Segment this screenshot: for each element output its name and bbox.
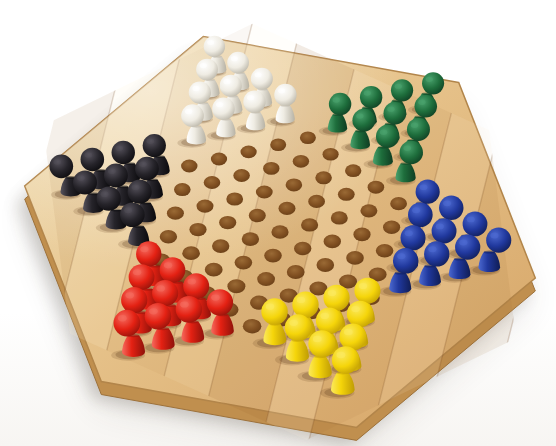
hole-empty[interactable] xyxy=(323,148,339,161)
hole-empty[interactable] xyxy=(317,258,335,272)
hole-empty[interactable] xyxy=(324,235,341,249)
hole-empty[interactable] xyxy=(233,169,250,182)
chinese-checkers-board xyxy=(0,0,556,446)
hole-empty[interactable] xyxy=(256,186,273,199)
hole-empty[interactable] xyxy=(212,239,229,253)
hole-empty[interactable] xyxy=(160,230,177,244)
hole-empty[interactable] xyxy=(242,232,259,246)
hole-empty[interactable] xyxy=(263,162,279,175)
hole-empty[interactable] xyxy=(294,242,311,256)
hole-empty[interactable] xyxy=(279,202,296,215)
hole-empty[interactable] xyxy=(174,183,191,196)
hole-empty[interactable] xyxy=(219,216,236,229)
hole-empty[interactable] xyxy=(226,192,243,205)
hole-empty[interactable] xyxy=(189,223,206,236)
hole-empty[interactable] xyxy=(308,195,325,208)
hole-empty[interactable] xyxy=(167,207,184,220)
hole-empty[interactable] xyxy=(197,200,214,213)
hole-empty[interactable] xyxy=(204,176,221,189)
hole-empty[interactable] xyxy=(300,132,316,145)
hole-empty[interactable] xyxy=(241,146,257,159)
hole-empty[interactable] xyxy=(235,256,253,270)
hole-empty[interactable] xyxy=(353,228,370,242)
hole-empty[interactable] xyxy=(271,225,288,238)
hole-empty[interactable] xyxy=(301,218,318,231)
hole-empty[interactable] xyxy=(205,263,223,277)
hole-empty[interactable] xyxy=(376,244,394,258)
product-photo-scene xyxy=(0,0,556,446)
hole-empty[interactable] xyxy=(287,265,305,279)
hole-empty[interactable] xyxy=(346,251,364,265)
hole-empty[interactable] xyxy=(368,181,385,194)
hole-empty[interactable] xyxy=(249,209,266,222)
hole-empty[interactable] xyxy=(315,171,332,184)
hole-empty[interactable] xyxy=(345,164,361,177)
hole-empty[interactable] xyxy=(181,160,197,173)
hole-empty[interactable] xyxy=(243,319,262,333)
hole-empty[interactable] xyxy=(257,272,275,286)
hole-empty[interactable] xyxy=(182,246,200,260)
hole-empty[interactable] xyxy=(383,221,400,234)
hole-empty[interactable] xyxy=(264,249,282,263)
hole-empty[interactable] xyxy=(286,178,303,191)
hole-empty[interactable] xyxy=(270,139,286,152)
hole-empty[interactable] xyxy=(360,204,377,217)
hole-empty[interactable] xyxy=(227,279,245,293)
hole-empty[interactable] xyxy=(331,211,348,224)
hole-empty[interactable] xyxy=(293,155,309,168)
hole-empty[interactable] xyxy=(211,153,227,166)
hole-empty[interactable] xyxy=(390,197,407,210)
hole-empty[interactable] xyxy=(338,188,355,201)
